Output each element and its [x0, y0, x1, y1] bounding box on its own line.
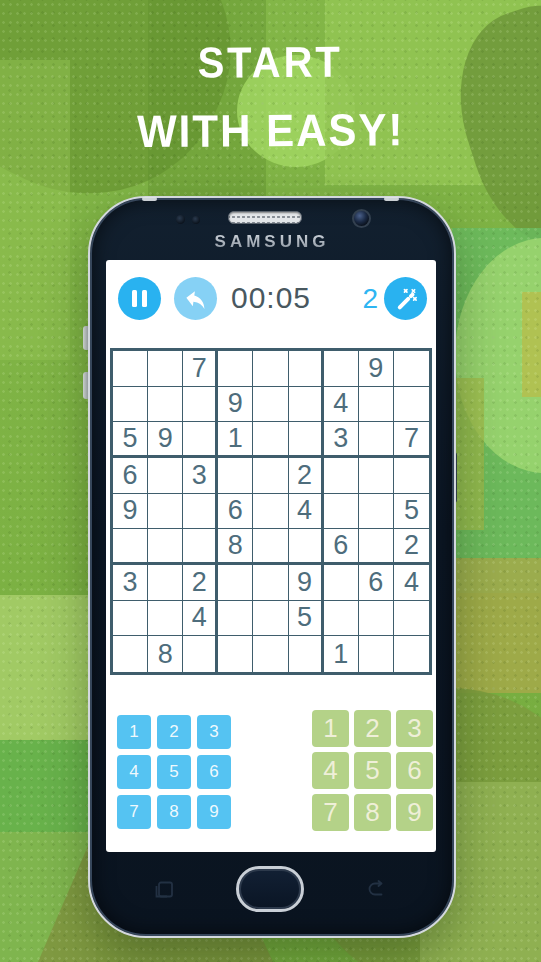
hint-button[interactable] — [384, 277, 427, 320]
sudoku-cell-r4c8[interactable] — [359, 458, 394, 494]
sudoku-cell-r7c1[interactable]: 3 — [113, 565, 148, 601]
sudoku-cell-r3c2[interactable]: 9 — [148, 422, 183, 458]
sudoku-cell-r7c7[interactable] — [324, 565, 359, 601]
keypad-green-key-6[interactable]: 6 — [396, 752, 433, 789]
home-button[interactable] — [236, 866, 304, 912]
sudoku-cell-r8c6[interactable]: 5 — [289, 601, 324, 637]
sudoku-cell-r2c4[interactable]: 9 — [218, 387, 253, 423]
sudoku-cell-r1c5[interactable] — [253, 351, 288, 387]
sudoku-cell-r4c7[interactable] — [324, 458, 359, 494]
sudoku-cell-r9c9[interactable] — [394, 636, 429, 672]
sudoku-cell-r6c8[interactable] — [359, 529, 394, 565]
headline-line1: START — [0, 36, 541, 88]
keypad-green: 123456789 — [312, 710, 433, 831]
sudoku-cell-r2c8[interactable] — [359, 387, 394, 423]
sudoku-cell-r3c9[interactable]: 7 — [394, 422, 429, 458]
sudoku-board: 7994591376329645862329644581 — [110, 348, 432, 675]
bg-olive-rect — [522, 292, 541, 397]
sudoku-cell-r3c6[interactable] — [289, 422, 324, 458]
antenna-line — [142, 197, 157, 201]
sudoku-cell-r5c7[interactable] — [324, 494, 359, 530]
keypad-green-key-9[interactable]: 9 — [396, 794, 433, 831]
sudoku-cell-r6c6[interactable] — [289, 529, 324, 565]
sudoku-cell-r2c1[interactable] — [113, 387, 148, 423]
sudoku-cell-r5c5[interactable] — [253, 494, 288, 530]
sudoku-cell-r9c7[interactable]: 1 — [324, 636, 359, 672]
sudoku-cell-r3c8[interactable] — [359, 422, 394, 458]
keypad-blue-key-6[interactable]: 6 — [197, 755, 231, 789]
sudoku-cell-r9c5[interactable] — [253, 636, 288, 672]
sudoku-cell-r2c2[interactable] — [148, 387, 183, 423]
bg-green-band — [0, 595, 96, 740]
keypad-green-key-5[interactable]: 5 — [354, 752, 391, 789]
sudoku-cell-r4c3[interactable]: 3 — [183, 458, 218, 494]
sudoku-cell-r7c3[interactable]: 2 — [183, 565, 218, 601]
keypad-blue-key-1[interactable]: 1 — [117, 715, 151, 749]
hint-count-badge: 2 — [362, 283, 378, 315]
bg-olive-band — [452, 558, 541, 693]
headline: START WITH EASY! — [0, 38, 541, 157]
sudoku-cell-r1c9[interactable] — [394, 351, 429, 387]
sudoku-cell-r3c3[interactable] — [183, 422, 218, 458]
antenna-line — [384, 197, 399, 201]
sudoku-cell-r2c3[interactable] — [183, 387, 218, 423]
sudoku-cell-r7c4[interactable] — [218, 565, 253, 601]
keypad-blue-key-8[interactable]: 8 — [157, 795, 191, 829]
sudoku-cell-r1c2[interactable] — [148, 351, 183, 387]
light-sensor-icon — [192, 216, 200, 224]
brand-logo: SAMSUNG — [90, 232, 454, 252]
headline-line2: WITH EASY! — [0, 103, 541, 159]
sudoku-cell-r9c6[interactable] — [289, 636, 324, 672]
sudoku-cell-r2c5[interactable] — [253, 387, 288, 423]
front-camera — [352, 209, 371, 228]
sudoku-cell-r7c2[interactable] — [148, 565, 183, 601]
sudoku-cell-r7c5[interactable] — [253, 565, 288, 601]
sudoku-cell-r9c8[interactable] — [359, 636, 394, 672]
sudoku-cell-r5c3[interactable] — [183, 494, 218, 530]
sudoku-cell-r8c7[interactable] — [324, 601, 359, 637]
keypad-blue-key-2[interactable]: 2 — [157, 715, 191, 749]
sudoku-cell-r1c3[interactable]: 7 — [183, 351, 218, 387]
sudoku-cell-r5c4[interactable]: 6 — [218, 494, 253, 530]
sudoku-cell-r5c9[interactable]: 5 — [394, 494, 429, 530]
magic-wand-icon — [393, 286, 418, 311]
keypad-blue-key-3[interactable]: 3 — [197, 715, 231, 749]
sudoku-cell-r8c3[interactable]: 4 — [183, 601, 218, 637]
sudoku-cell-r2c9[interactable] — [394, 387, 429, 423]
bg-olive-rect — [456, 378, 484, 530]
keypad-green-key-2[interactable]: 2 — [354, 710, 391, 747]
sudoku-cell-r5c6[interactable]: 4 — [289, 494, 324, 530]
sudoku-cell-r3c1[interactable]: 5 — [113, 422, 148, 458]
sudoku-cell-r1c7[interactable] — [324, 351, 359, 387]
sudoku-cell-r7c6[interactable]: 9 — [289, 565, 324, 601]
sudoku-cell-r1c6[interactable] — [289, 351, 324, 387]
sudoku-cell-r4c4[interactable] — [218, 458, 253, 494]
sudoku-cell-r6c9[interactable]: 2 — [394, 529, 429, 565]
sudoku-cell-r4c9[interactable] — [394, 458, 429, 494]
sudoku-cell-r6c4[interactable]: 8 — [218, 529, 253, 565]
sudoku-cell-r9c1[interactable] — [113, 636, 148, 672]
sudoku-cell-r8c4[interactable] — [218, 601, 253, 637]
sudoku-cell-r7c8[interactable]: 6 — [359, 565, 394, 601]
sudoku-cell-r2c7[interactable]: 4 — [324, 387, 359, 423]
keypad-blue-key-4[interactable]: 4 — [117, 755, 151, 789]
sudoku-cell-r4c1[interactable]: 6 — [113, 458, 148, 494]
bg-green-band — [0, 740, 96, 832]
sudoku-cell-r1c1[interactable] — [113, 351, 148, 387]
keypad-green-key-4[interactable]: 4 — [312, 752, 349, 789]
keypad-green-key-7[interactable]: 7 — [312, 794, 349, 831]
sudoku-cell-r6c3[interactable] — [183, 529, 218, 565]
sudoku-cell-r9c4[interactable] — [218, 636, 253, 672]
sudoku-cell-r2c6[interactable] — [289, 387, 324, 423]
sudoku-cell-r3c5[interactable] — [253, 422, 288, 458]
sudoku-cell-r4c6[interactable]: 2 — [289, 458, 324, 494]
sudoku-cell-r8c9[interactable] — [394, 601, 429, 637]
sudoku-cell-r8c2[interactable] — [148, 601, 183, 637]
sudoku-cell-r6c1[interactable] — [113, 529, 148, 565]
recent-apps-icon[interactable] — [152, 878, 176, 902]
keypad-blue: 123456789 — [117, 715, 231, 829]
keypad-green-key-3[interactable]: 3 — [396, 710, 433, 747]
sudoku-cell-r1c4[interactable] — [218, 351, 253, 387]
proximity-sensor-icon — [176, 215, 185, 224]
sudoku-cell-r5c8[interactable] — [359, 494, 394, 530]
sudoku-cell-r8c5[interactable] — [253, 601, 288, 637]
sudoku-cell-r1c8[interactable]: 9 — [359, 351, 394, 387]
sudoku-cell-r5c1[interactable]: 9 — [113, 494, 148, 530]
sudoku-cell-r8c1[interactable] — [113, 601, 148, 637]
sudoku-cell-r5c2[interactable] — [148, 494, 183, 530]
app-screen: 00:05 2 7994591376329645862329644581 123… — [106, 260, 436, 852]
keypad-blue-key-5[interactable]: 5 — [157, 755, 191, 789]
sudoku-cell-r6c5[interactable] — [253, 529, 288, 565]
keypad-blue-key-7[interactable]: 7 — [117, 795, 151, 829]
earpiece-speaker-grille — [228, 211, 302, 224]
sudoku-cell-r9c2[interactable]: 8 — [148, 636, 183, 672]
keypad-green-key-1[interactable]: 1 — [312, 710, 349, 747]
phone-frame: SAMSUNG 00:05 2 — [88, 196, 456, 938]
sudoku-cell-r7c9[interactable]: 4 — [394, 565, 429, 601]
sudoku-cell-r4c5[interactable] — [253, 458, 288, 494]
sudoku-cell-r9c3[interactable] — [183, 636, 218, 672]
sudoku-cell-r6c2[interactable] — [148, 529, 183, 565]
sudoku-cell-r6c7[interactable]: 6 — [324, 529, 359, 565]
keypad-green-key-8[interactable]: 8 — [354, 794, 391, 831]
sudoku-cell-r3c4[interactable]: 1 — [218, 422, 253, 458]
sudoku-cell-r3c7[interactable]: 3 — [324, 422, 359, 458]
promo-screenshot: START WITH EASY! SAMSUNG 00:05 2 — [0, 0, 541, 962]
keypad-blue-key-9[interactable]: 9 — [197, 795, 231, 829]
sudoku-cell-r8c8[interactable] — [359, 601, 394, 637]
sudoku-cell-r4c2[interactable] — [148, 458, 183, 494]
back-icon[interactable] — [366, 878, 390, 902]
